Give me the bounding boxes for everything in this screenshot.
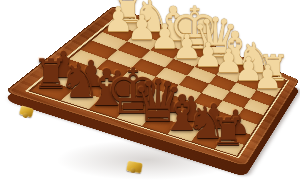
chess-set-photo: ♜♞♝♛♚♝♞♜♟♟♟♟♟♟♟♟♟♟♟♟♟♟♟♟♜♞♝♛♚♝♞♜ bbox=[0, 0, 300, 196]
piece-black-rook-a8[interactable]: ♜ bbox=[211, 113, 245, 151]
piece-white-pawn-a2[interactable]: ♟ bbox=[253, 61, 282, 93]
